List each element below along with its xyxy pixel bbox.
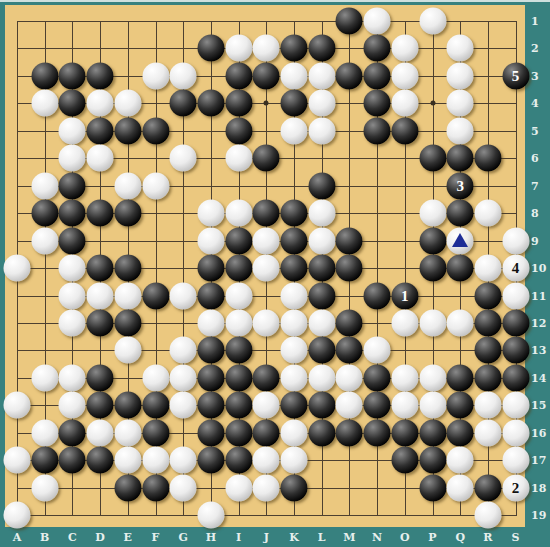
star-point [430, 101, 435, 106]
black-stone-G4[interactable] [170, 90, 197, 117]
white-stone-O4[interactable] [391, 90, 418, 117]
black-stone-H2[interactable] [197, 35, 224, 62]
black-stone-R14[interactable] [474, 364, 501, 391]
white-stone-H9[interactable] [197, 227, 224, 254]
white-stone-J15[interactable] [253, 392, 280, 419]
grid-line-horizontal [17, 350, 517, 351]
black-stone-K4[interactable] [281, 90, 308, 117]
white-stone-F3[interactable] [142, 62, 169, 89]
move-number-2-S18: 2 [512, 480, 520, 495]
black-stone-D17[interactable] [87, 447, 114, 474]
column-label-L: L [318, 531, 326, 544]
white-stone-C14[interactable] [59, 364, 86, 391]
white-stone-A19[interactable] [4, 502, 31, 529]
white-stone-E16[interactable] [114, 419, 141, 446]
white-stone-Q12[interactable] [447, 309, 474, 336]
black-stone-I3[interactable] [225, 62, 252, 89]
white-stone-G15[interactable] [170, 392, 197, 419]
black-stone-S12[interactable] [502, 309, 529, 336]
row-label-16: 16 [531, 426, 546, 439]
black-stone-H14[interactable] [197, 364, 224, 391]
black-stone-N16[interactable] [364, 419, 391, 446]
black-stone-M9[interactable] [336, 227, 363, 254]
black-stone-M13[interactable] [336, 337, 363, 364]
white-stone-L8[interactable] [308, 200, 335, 227]
white-stone-P15[interactable] [419, 392, 446, 419]
white-stone-J18[interactable] [253, 474, 280, 501]
black-stone-N4[interactable] [364, 90, 391, 117]
black-stone-D14[interactable] [87, 364, 114, 391]
black-stone-D5[interactable] [87, 117, 114, 144]
black-stone-J14[interactable] [253, 364, 280, 391]
white-stone-O12[interactable] [391, 309, 418, 336]
white-stone-S9[interactable] [502, 227, 529, 254]
black-stone-B8[interactable] [31, 200, 58, 227]
column-label-D: D [95, 531, 105, 544]
black-stone-C16[interactable] [59, 419, 86, 446]
go-diagram-window: 12345 ABCDEFGHIJKLMNOPQRS 12345678910111… [0, 0, 550, 547]
white-stone-L9[interactable] [308, 227, 335, 254]
white-stone-K14[interactable] [281, 364, 308, 391]
black-stone-C9[interactable] [59, 227, 86, 254]
black-stone-P10[interactable] [419, 255, 446, 282]
black-stone-K15[interactable] [281, 392, 308, 419]
black-stone-H17[interactable] [197, 447, 224, 474]
black-stone-C7[interactable] [59, 172, 86, 199]
white-stone-H19[interactable] [197, 502, 224, 529]
black-stone-E8[interactable] [114, 200, 141, 227]
white-stone-D11[interactable] [87, 282, 114, 309]
white-stone-C15[interactable] [59, 392, 86, 419]
white-stone-E13[interactable] [114, 337, 141, 364]
row-label-14: 14 [531, 371, 546, 384]
black-stone-S13[interactable] [502, 337, 529, 364]
white-stone-Q5[interactable] [447, 117, 474, 144]
black-stone-F16[interactable] [142, 419, 169, 446]
black-stone-Q10[interactable] [447, 255, 474, 282]
white-stone-I8[interactable] [225, 200, 252, 227]
black-stone-M3[interactable] [336, 62, 363, 89]
white-stone-P1[interactable] [419, 8, 446, 35]
white-stone-K5[interactable] [281, 117, 308, 144]
white-stone-Q17[interactable] [447, 447, 474, 474]
white-stone-K3[interactable] [281, 62, 308, 89]
row-label-4: 4 [531, 97, 539, 110]
white-stone-G17[interactable] [170, 447, 197, 474]
white-stone-J17[interactable] [253, 447, 280, 474]
white-stone-C12[interactable] [59, 309, 86, 336]
row-label-9: 9 [531, 234, 539, 247]
column-label-G: G [178, 531, 187, 544]
row-label-18: 18 [531, 481, 546, 494]
black-stone-I16[interactable] [225, 419, 252, 446]
black-stone-J3[interactable] [253, 62, 280, 89]
black-stone-E12[interactable] [114, 309, 141, 336]
black-stone-I14[interactable] [225, 364, 252, 391]
white-stone-A15[interactable] [4, 392, 31, 419]
row-label-3: 3 [531, 69, 539, 82]
black-stone-E15[interactable] [114, 392, 141, 419]
black-stone-M1[interactable] [336, 8, 363, 35]
black-stone-Q15[interactable] [447, 392, 474, 419]
white-stone-S11[interactable] [502, 282, 529, 309]
white-stone-K17[interactable] [281, 447, 308, 474]
white-stone-D16[interactable] [87, 419, 114, 446]
black-stone-H15[interactable] [197, 392, 224, 419]
black-stone-L7[interactable] [308, 172, 335, 199]
black-stone-K8[interactable] [281, 200, 308, 227]
white-stone-R15[interactable] [474, 392, 501, 419]
white-stone-J2[interactable] [253, 35, 280, 62]
black-stone-L15[interactable] [308, 392, 335, 419]
column-label-B: B [40, 531, 49, 544]
black-stone-N5[interactable] [364, 117, 391, 144]
white-stone-E17[interactable] [114, 447, 141, 474]
white-stone-S15[interactable] [502, 392, 529, 419]
white-stone-B7[interactable] [31, 172, 58, 199]
black-stone-S14[interactable] [502, 364, 529, 391]
black-stone-Q6[interactable] [447, 145, 474, 172]
black-stone-L13[interactable] [308, 337, 335, 364]
column-label-J: J [264, 531, 269, 544]
black-stone-K10[interactable] [281, 255, 308, 282]
white-stone-Q18[interactable] [447, 474, 474, 501]
column-label-C: C [68, 531, 77, 544]
row-label-12: 12 [531, 316, 546, 329]
black-stone-H16[interactable] [197, 419, 224, 446]
white-stone-L3[interactable] [308, 62, 335, 89]
white-stone-P12[interactable] [419, 309, 446, 336]
column-label-A: A [13, 531, 22, 544]
white-stone-N1[interactable] [364, 8, 391, 35]
go-board[interactable]: 12345 [5, 5, 525, 527]
white-stone-O15[interactable] [391, 392, 418, 419]
column-label-P: P [428, 531, 436, 544]
black-stone-J8[interactable] [253, 200, 280, 227]
white-stone-B18[interactable] [31, 474, 58, 501]
white-stone-L4[interactable] [308, 90, 335, 117]
white-stone-N13[interactable] [364, 337, 391, 364]
move-number-4-S10: 4 [512, 261, 520, 276]
white-stone-E4[interactable] [114, 90, 141, 117]
black-stone-L11[interactable] [308, 282, 335, 309]
column-label-Q: Q [455, 531, 465, 544]
white-stone-K11[interactable] [281, 282, 308, 309]
white-stone-P8[interactable] [419, 200, 446, 227]
white-stone-L5[interactable] [308, 117, 335, 144]
column-label-K: K [289, 531, 299, 544]
white-stone-G14[interactable] [170, 364, 197, 391]
black-stone-R13[interactable] [474, 337, 501, 364]
black-stone-C17[interactable] [59, 447, 86, 474]
black-stone-J16[interactable] [253, 419, 280, 446]
column-label-M: M [343, 531, 355, 544]
star-point [264, 101, 269, 106]
white-stone-K13[interactable] [281, 337, 308, 364]
white-stone-G11[interactable] [170, 282, 197, 309]
white-stone-F17[interactable] [142, 447, 169, 474]
white-stone-E7[interactable] [114, 172, 141, 199]
white-stone-C6[interactable] [59, 145, 86, 172]
black-stone-N11[interactable] [364, 282, 391, 309]
black-stone-P16[interactable] [419, 419, 446, 446]
row-label-17: 17 [531, 454, 546, 467]
black-stone-F11[interactable] [142, 282, 169, 309]
black-stone-M10[interactable] [336, 255, 363, 282]
white-stone-I12[interactable] [225, 309, 252, 336]
white-stone-J10[interactable] [253, 255, 280, 282]
white-stone-C10[interactable] [59, 255, 86, 282]
black-stone-I10[interactable] [225, 255, 252, 282]
white-stone-J9[interactable] [253, 227, 280, 254]
white-stone-F14[interactable] [142, 364, 169, 391]
black-stone-L16[interactable] [308, 419, 335, 446]
column-label-F: F [152, 531, 160, 544]
black-stone-R6[interactable] [474, 145, 501, 172]
row-label-1: 1 [531, 15, 539, 28]
black-stone-I17[interactable] [225, 447, 252, 474]
move-number-1-O11: 1 [401, 288, 409, 303]
black-stone-Q14[interactable] [447, 364, 474, 391]
black-stone-N2[interactable] [364, 35, 391, 62]
white-stone-A17[interactable] [4, 447, 31, 474]
white-stone-P14[interactable] [419, 364, 446, 391]
white-stone-F7[interactable] [142, 172, 169, 199]
white-stone-Q2[interactable] [447, 35, 474, 62]
column-label-H: H [206, 531, 216, 544]
black-stone-R11[interactable] [474, 282, 501, 309]
white-stone-L14[interactable] [308, 364, 335, 391]
black-stone-D8[interactable] [87, 200, 114, 227]
white-stone-M15[interactable] [336, 392, 363, 419]
black-stone-D15[interactable] [87, 392, 114, 419]
black-stone-H11[interactable] [197, 282, 224, 309]
white-stone-R19[interactable] [474, 502, 501, 529]
black-stone-I4[interactable] [225, 90, 252, 117]
black-stone-E5[interactable] [114, 117, 141, 144]
black-stone-I5[interactable] [225, 117, 252, 144]
black-stone-C4[interactable] [59, 90, 86, 117]
white-stone-K12[interactable] [281, 309, 308, 336]
black-stone-I13[interactable] [225, 337, 252, 364]
black-stone-D10[interactable] [87, 255, 114, 282]
white-stone-K16[interactable] [281, 419, 308, 446]
black-stone-F18[interactable] [142, 474, 169, 501]
white-stone-B4[interactable] [31, 90, 58, 117]
white-stone-G6[interactable] [170, 145, 197, 172]
black-stone-E18[interactable] [114, 474, 141, 501]
black-stone-L2[interactable] [308, 35, 335, 62]
row-label-7: 7 [531, 179, 539, 192]
black-stone-O17[interactable] [391, 447, 418, 474]
row-label-19: 19 [531, 509, 546, 522]
black-stone-B3[interactable] [31, 62, 58, 89]
white-stone-B16[interactable] [31, 419, 58, 446]
white-stone-H8[interactable] [197, 200, 224, 227]
row-label-11: 11 [531, 289, 546, 302]
black-stone-O16[interactable] [391, 419, 418, 446]
white-stone-Q4[interactable] [447, 90, 474, 117]
white-stone-R8[interactable] [474, 200, 501, 227]
grid-line-horizontal [17, 515, 517, 516]
black-stone-M12[interactable] [336, 309, 363, 336]
black-stone-Q8[interactable] [447, 200, 474, 227]
black-stone-O5[interactable] [391, 117, 418, 144]
black-stone-P9[interactable] [419, 227, 446, 254]
white-stone-D6[interactable] [87, 145, 114, 172]
black-stone-N15[interactable] [364, 392, 391, 419]
triangle-marker-Q9 [452, 233, 468, 247]
white-stone-O3[interactable] [391, 62, 418, 89]
black-stone-I9[interactable] [225, 227, 252, 254]
white-stone-R16[interactable] [474, 419, 501, 446]
white-stone-C11[interactable] [59, 282, 86, 309]
white-stone-D4[interactable] [87, 90, 114, 117]
white-stone-S16[interactable] [502, 419, 529, 446]
row-label-8: 8 [531, 207, 539, 220]
move-number-3-Q7: 3 [456, 178, 464, 193]
white-stone-L12[interactable] [308, 309, 335, 336]
white-stone-E11[interactable] [114, 282, 141, 309]
white-stone-B14[interactable] [31, 364, 58, 391]
row-label-6: 6 [531, 152, 539, 165]
black-stone-R12[interactable] [474, 309, 501, 336]
white-stone-I18[interactable] [225, 474, 252, 501]
white-stone-I2[interactable] [225, 35, 252, 62]
column-label-E: E [124, 531, 132, 544]
black-stone-C3[interactable] [59, 62, 86, 89]
black-stone-P18[interactable] [419, 474, 446, 501]
row-label-10: 10 [531, 262, 546, 275]
white-stone-M14[interactable] [336, 364, 363, 391]
black-stone-K9[interactable] [281, 227, 308, 254]
white-stone-G13[interactable] [170, 337, 197, 364]
black-stone-Q16[interactable] [447, 419, 474, 446]
white-stone-I11[interactable] [225, 282, 252, 309]
black-stone-K2[interactable] [281, 35, 308, 62]
black-stone-F15[interactable] [142, 392, 169, 419]
black-stone-H13[interactable] [197, 337, 224, 364]
black-stone-N3[interactable] [364, 62, 391, 89]
black-stone-M16[interactable] [336, 419, 363, 446]
row-label-13: 13 [531, 344, 546, 357]
column-label-N: N [372, 531, 382, 544]
black-stone-F5[interactable] [142, 117, 169, 144]
row-label-5: 5 [531, 124, 539, 137]
black-stone-R18[interactable] [474, 474, 501, 501]
black-stone-L10[interactable] [308, 255, 335, 282]
black-stone-D12[interactable] [87, 309, 114, 336]
black-stone-I15[interactable] [225, 392, 252, 419]
column-label-O: O [400, 531, 410, 544]
white-stone-G18[interactable] [170, 474, 197, 501]
white-stone-H12[interactable] [197, 309, 224, 336]
black-stone-J6[interactable] [253, 145, 280, 172]
white-stone-S17[interactable] [502, 447, 529, 474]
white-stone-A10[interactable] [4, 255, 31, 282]
white-stone-Q3[interactable] [447, 62, 474, 89]
row-label-15: 15 [531, 399, 546, 412]
white-stone-J12[interactable] [253, 309, 280, 336]
black-stone-B17[interactable] [31, 447, 58, 474]
black-stone-K18[interactable] [281, 474, 308, 501]
column-label-I: I [236, 531, 241, 544]
black-stone-P6[interactable] [419, 145, 446, 172]
white-stone-O14[interactable] [391, 364, 418, 391]
white-stone-O2[interactable] [391, 35, 418, 62]
black-stone-H10[interactable] [197, 255, 224, 282]
white-stone-C5[interactable] [59, 117, 86, 144]
move-number-5-S3: 5 [512, 68, 520, 83]
row-label-2: 2 [531, 42, 539, 55]
column-label-S: S [512, 531, 520, 544]
column-label-R: R [483, 531, 492, 544]
black-stone-E10[interactable] [114, 255, 141, 282]
white-stone-R10[interactable] [474, 255, 501, 282]
black-stone-H4[interactable] [197, 90, 224, 117]
black-stone-C8[interactable] [59, 200, 86, 227]
black-stone-N14[interactable] [364, 364, 391, 391]
black-stone-P17[interactable] [419, 447, 446, 474]
white-stone-G3[interactable] [170, 62, 197, 89]
white-stone-B9[interactable] [31, 227, 58, 254]
black-stone-D3[interactable] [87, 62, 114, 89]
white-stone-I6[interactable] [225, 145, 252, 172]
